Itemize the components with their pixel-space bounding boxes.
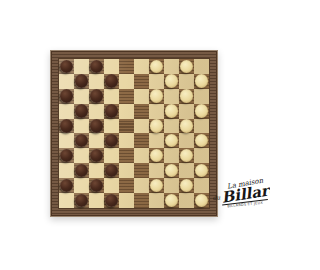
board-square (74, 148, 89, 163)
board-square (59, 119, 74, 134)
light-checker-piece (195, 194, 209, 207)
light-checker-piece (150, 60, 164, 73)
light-checker-piece (150, 119, 164, 132)
board-square (194, 178, 209, 193)
board-square (194, 74, 209, 89)
board-square (179, 178, 194, 193)
checkers-board-frame (50, 50, 218, 217)
dark-checker-piece (90, 179, 104, 192)
dark-checker-piece (75, 74, 89, 87)
board-square (89, 89, 104, 104)
dark-checker-piece (105, 164, 119, 177)
board-square (194, 89, 209, 104)
board-square (89, 133, 104, 148)
dark-checker-piece (75, 104, 89, 117)
board-square (134, 119, 149, 134)
board-square (59, 148, 74, 163)
board-square (179, 193, 194, 208)
board-square (119, 148, 134, 163)
board-square (119, 193, 134, 208)
board-square (179, 104, 194, 119)
board-square (149, 163, 164, 178)
board-square (104, 133, 119, 148)
retailer-logo: La maison du Billard BILLARDS ET JEUX (212, 179, 270, 225)
board-square (149, 133, 164, 148)
board-square (164, 89, 179, 104)
board-square (104, 193, 119, 208)
board-square (149, 89, 164, 104)
board-square (104, 59, 119, 74)
board-square (59, 59, 74, 74)
board-square (119, 59, 134, 74)
board-square (194, 133, 209, 148)
dark-checker-piece (60, 179, 74, 192)
board-square (179, 133, 194, 148)
board-square (119, 104, 134, 119)
board-square (149, 104, 164, 119)
board-square (119, 178, 134, 193)
board-square (89, 119, 104, 134)
dark-checker-piece (105, 74, 119, 87)
board-square (104, 104, 119, 119)
light-checker-piece (180, 119, 194, 132)
light-checker-piece (180, 149, 194, 162)
board-square (59, 193, 74, 208)
board-square (194, 119, 209, 134)
light-checker-piece (165, 134, 179, 147)
dark-checker-piece (75, 194, 89, 207)
board-square (164, 178, 179, 193)
light-checker-piece (195, 74, 209, 87)
board-square (194, 148, 209, 163)
board-square (179, 163, 194, 178)
board-square (149, 74, 164, 89)
board-square (134, 104, 149, 119)
board-square (179, 119, 194, 134)
board-square (134, 133, 149, 148)
light-checker-piece (165, 74, 179, 87)
dark-checker-piece (75, 164, 89, 177)
board-square (194, 163, 209, 178)
light-checker-piece (165, 194, 179, 207)
dark-checker-piece (60, 119, 74, 132)
board-square (149, 148, 164, 163)
board-square (119, 119, 134, 134)
dark-checker-piece (105, 194, 119, 207)
board-square (89, 163, 104, 178)
board-square (104, 89, 119, 104)
light-checker-piece (150, 179, 164, 192)
board-square (194, 193, 209, 208)
light-checker-piece (165, 164, 179, 177)
board-square (134, 148, 149, 163)
dark-checker-piece (90, 89, 104, 102)
dark-checker-piece (75, 134, 89, 147)
board-square (59, 89, 74, 104)
board-square (89, 193, 104, 208)
board-square (74, 119, 89, 134)
board-square (179, 148, 194, 163)
board-square (149, 59, 164, 74)
light-checker-piece (195, 104, 209, 117)
board-square (89, 178, 104, 193)
dark-checker-piece (90, 60, 104, 73)
logo-tagline: BILLARDS ET JEUX (227, 203, 249, 209)
board-square (74, 163, 89, 178)
board-square (134, 178, 149, 193)
board-square (74, 59, 89, 74)
dark-checker-piece (105, 134, 119, 147)
board-square (134, 163, 149, 178)
dark-checker-piece (90, 149, 104, 162)
board-square (59, 133, 74, 148)
board-square (149, 178, 164, 193)
board-square (119, 89, 134, 104)
board-square (134, 89, 149, 104)
board-square (134, 59, 149, 74)
board-square (164, 148, 179, 163)
board-square (194, 104, 209, 119)
board-square (74, 89, 89, 104)
board-square (149, 119, 164, 134)
board-square (119, 163, 134, 178)
board-square (164, 133, 179, 148)
board-square (104, 178, 119, 193)
board-square (59, 74, 74, 89)
board-square (104, 148, 119, 163)
board-square (74, 104, 89, 119)
board-square (164, 193, 179, 208)
dark-checker-piece (90, 119, 104, 132)
board-square (89, 59, 104, 74)
board-square (59, 178, 74, 193)
light-checker-piece (165, 104, 179, 117)
board-square (89, 104, 104, 119)
board-square (74, 193, 89, 208)
light-checker-piece (150, 89, 164, 102)
dark-checker-piece (60, 89, 74, 102)
board-square (164, 74, 179, 89)
checkers-board-grid (58, 58, 210, 209)
board-square (134, 74, 149, 89)
light-checker-piece (180, 179, 194, 192)
board-square (59, 163, 74, 178)
light-checker-piece (195, 164, 209, 177)
board-square (59, 104, 74, 119)
board-square (149, 193, 164, 208)
board-square (104, 119, 119, 134)
board-square (179, 74, 194, 89)
board-square (164, 104, 179, 119)
board-square (164, 163, 179, 178)
board-square (104, 163, 119, 178)
dark-checker-piece (60, 149, 74, 162)
light-checker-piece (150, 149, 164, 162)
board-square (164, 119, 179, 134)
board-square (179, 89, 194, 104)
board-square (89, 148, 104, 163)
board-square (74, 178, 89, 193)
board-square (119, 74, 134, 89)
board-square (194, 59, 209, 74)
light-checker-piece (180, 60, 194, 73)
board-square (74, 133, 89, 148)
light-checker-piece (195, 134, 209, 147)
light-checker-piece (180, 89, 194, 102)
board-square (104, 74, 119, 89)
logo-line2-prefix: du (212, 194, 220, 201)
board-square (74, 74, 89, 89)
board-square (164, 59, 179, 74)
board-square (89, 74, 104, 89)
dark-checker-piece (60, 60, 74, 73)
board-square (134, 193, 149, 208)
dark-checker-piece (105, 104, 119, 117)
board-square (179, 59, 194, 74)
board-square (119, 133, 134, 148)
